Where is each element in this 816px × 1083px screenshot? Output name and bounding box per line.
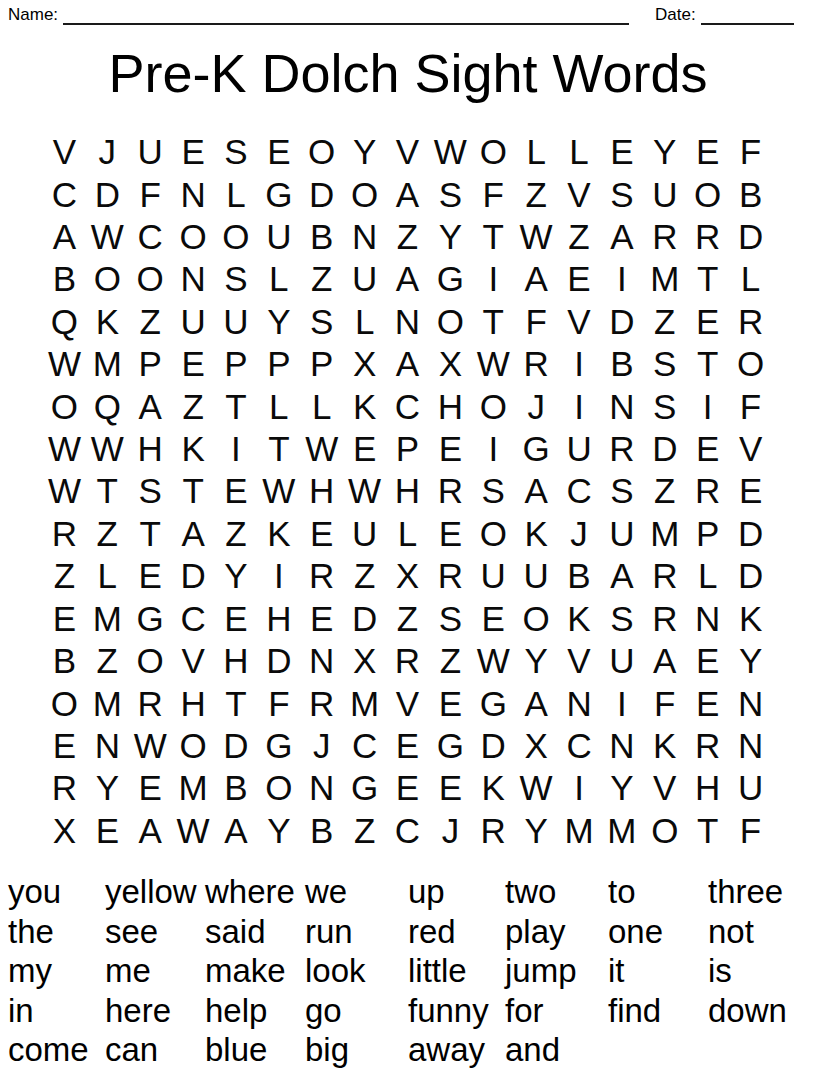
grid-cell-r11c14[interactable]: A [600, 555, 643, 597]
grid-cell-r17c15[interactable]: O [643, 810, 686, 852]
grid-cell-r8c2[interactable]: W [86, 428, 129, 470]
grid-cell-r12c16[interactable]: N [686, 598, 729, 640]
grid-cell-r12c10[interactable]: S [429, 598, 472, 640]
grid-cell-r10c6[interactable]: K [257, 513, 300, 555]
grid-cell-r5c16[interactable]: E [686, 301, 729, 343]
grid-cell-r8c13[interactable]: U [558, 428, 601, 470]
grid-cell-r13c7[interactable]: N [300, 640, 343, 682]
grid-cell-r11c4[interactable]: D [172, 555, 215, 597]
grid-cell-r10c11[interactable]: O [472, 513, 515, 555]
grid-cell-r7c3[interactable]: A [129, 385, 172, 427]
grid-cell-r4c2[interactable]: O [86, 258, 129, 300]
grid-cell-r1c16[interactable]: E [686, 131, 729, 173]
grid-cell-r3c12[interactable]: W [515, 216, 558, 258]
grid-cell-r16c14[interactable]: Y [600, 767, 643, 809]
grid-cell-r10c7[interactable]: E [300, 513, 343, 555]
grid-cell-r5c2[interactable]: K [86, 301, 129, 343]
grid-cell-r6c11[interactable]: W [472, 343, 515, 385]
grid-cell-r3c13[interactable]: Z [558, 216, 601, 258]
grid-cell-r8c16[interactable]: E [686, 428, 729, 470]
grid-cell-r15c6[interactable]: G [257, 725, 300, 767]
word-is: is [708, 951, 808, 991]
grid-cell-r2c4[interactable]: N [172, 173, 215, 215]
date-label: Date: [655, 5, 696, 25]
grid-cell-r3c9[interactable]: Z [386, 216, 429, 258]
grid-cell-r9c4[interactable]: T [172, 470, 215, 512]
grid-cell-r13c5[interactable]: H [215, 640, 258, 682]
word-my: my [8, 951, 105, 991]
grid-cell-r16c13[interactable]: I [558, 767, 601, 809]
grid-cell-r6c17[interactable]: O [729, 343, 772, 385]
grid-cell-r9c2[interactable]: T [86, 470, 129, 512]
grid-cell-r15c14[interactable]: N [600, 725, 643, 767]
grid-cell-r17c5[interactable]: A [215, 810, 258, 852]
grid-cell-r17c8[interactable]: Z [343, 810, 386, 852]
grid-cell-r4c17[interactable]: L [729, 258, 772, 300]
grid-cell-r2c2[interactable]: D [86, 173, 129, 215]
grid-cell-r4c7[interactable]: Z [300, 258, 343, 300]
grid-cell-r14c15[interactable]: F [643, 682, 686, 724]
grid-cell-r9c15[interactable]: Z [643, 470, 686, 512]
grid-cell-r12c3[interactable]: G [129, 598, 172, 640]
grid-cell-r9c14[interactable]: S [600, 470, 643, 512]
grid-cell-r7c6[interactable]: L [257, 385, 300, 427]
grid-cell-r11c6[interactable]: I [257, 555, 300, 597]
grid-cell-r11c8[interactable]: Z [343, 555, 386, 597]
grid-cell-r4c16[interactable]: T [686, 258, 729, 300]
grid-cell-r16c10[interactable]: E [429, 767, 472, 809]
grid-cell-r17c4[interactable]: W [172, 810, 215, 852]
grid-cell-r14c12[interactable]: A [515, 682, 558, 724]
grid-cell-r9c12[interactable]: A [515, 470, 558, 512]
grid-cell-r10c2[interactable]: Z [86, 513, 129, 555]
grid-cell-r6c9[interactable]: A [386, 343, 429, 385]
grid-cell-r5c9[interactable]: N [386, 301, 429, 343]
grid-cell-r5c17[interactable]: R [729, 301, 772, 343]
grid-cell-r3c8[interactable]: N [343, 216, 386, 258]
grid-cell-r5c14[interactable]: D [600, 301, 643, 343]
grid-cell-r8c12[interactable]: G [515, 428, 558, 470]
word-come: come [8, 1030, 105, 1070]
grid-cell-r10c13[interactable]: J [558, 513, 601, 555]
grid-cell-r13c1[interactable]: B [43, 640, 86, 682]
grid-cell-r1c1[interactable]: V [43, 131, 86, 173]
grid-cell-r8c5[interactable]: I [215, 428, 258, 470]
grid-cell-r12c17[interactable]: K [729, 598, 772, 640]
grid-cell-r14c5[interactable]: T [215, 682, 258, 724]
grid-cell-r4c15[interactable]: M [643, 258, 686, 300]
grid-cell-r1c7[interactable]: O [300, 131, 343, 173]
grid-cell-r7c9[interactable]: C [386, 385, 429, 427]
grid-cell-r7c16[interactable]: I [686, 385, 729, 427]
grid-cell-r1c17[interactable]: F [729, 131, 772, 173]
grid-cell-r12c14[interactable]: S [600, 598, 643, 640]
grid-cell-r9c1[interactable]: W [43, 470, 86, 512]
grid-cell-r16c4[interactable]: M [172, 767, 215, 809]
grid-cell-r3c10[interactable]: Y [429, 216, 472, 258]
grid-cell-r7c14[interactable]: N [600, 385, 643, 427]
grid-cell-r14c13[interactable]: N [558, 682, 601, 724]
grid-cell-r13c10[interactable]: Z [429, 640, 472, 682]
grid-cell-r3c4[interactable]: O [172, 216, 215, 258]
grid-cell-r5c10[interactable]: O [429, 301, 472, 343]
grid-cell-r4c8[interactable]: U [343, 258, 386, 300]
grid-cell-r8c11[interactable]: I [472, 428, 515, 470]
grid-cell-r1c10[interactable]: W [429, 131, 472, 173]
grid-cell-r2c11[interactable]: F [472, 173, 515, 215]
grid-cell-r12c4[interactable]: C [172, 598, 215, 640]
grid-cell-r13c8[interactable]: X [343, 640, 386, 682]
grid-cell-r8c8[interactable]: E [343, 428, 386, 470]
grid-cell-r7c12[interactable]: J [515, 385, 558, 427]
grid-cell-r6c10[interactable]: X [429, 343, 472, 385]
grid-cell-r15c5[interactable]: D [215, 725, 258, 767]
grid-cell-r4c13[interactable]: E [558, 258, 601, 300]
grid-cell-r13c9[interactable]: R [386, 640, 429, 682]
grid-cell-r1c2[interactable]: J [86, 131, 129, 173]
grid-cell-r14c14[interactable]: I [600, 682, 643, 724]
grid-cell-r16c3[interactable]: E [129, 767, 172, 809]
grid-cell-r7c5[interactable]: T [215, 385, 258, 427]
grid-cell-r10c10[interactable]: E [429, 513, 472, 555]
grid-cell-r2c12[interactable]: Z [515, 173, 558, 215]
grid-cell-r10c17[interactable]: D [729, 513, 772, 555]
grid-cell-r6c4[interactable]: E [172, 343, 215, 385]
grid-cell-r14c3[interactable]: R [129, 682, 172, 724]
grid-cell-r15c7[interactable]: J [300, 725, 343, 767]
grid-cell-r12c11[interactable]: E [472, 598, 515, 640]
grid-cell-r15c15[interactable]: K [643, 725, 686, 767]
grid-cell-r7c4[interactable]: Z [172, 385, 215, 427]
grid-cell-r6c7[interactable]: P [300, 343, 343, 385]
grid-cell-r17c9[interactable]: C [386, 810, 429, 852]
grid-cell-r12c5[interactable]: E [215, 598, 258, 640]
grid-cell-r16c15[interactable]: V [643, 767, 686, 809]
grid-cell-r15c16[interactable]: R [686, 725, 729, 767]
grid-cell-r2c7[interactable]: D [300, 173, 343, 215]
grid-cell-r9c17[interactable]: E [729, 470, 772, 512]
grid-cell-r17c12[interactable]: Y [515, 810, 558, 852]
grid-cell-r7c7[interactable]: L [300, 385, 343, 427]
grid-cell-r9c8[interactable]: W [343, 470, 386, 512]
grid-cell-r3c7[interactable]: B [300, 216, 343, 258]
grid-cell-r12c15[interactable]: R [643, 598, 686, 640]
grid-cell-r11c10[interactable]: R [429, 555, 472, 597]
grid-cell-r4c5[interactable]: S [215, 258, 258, 300]
grid-cell-r3c17[interactable]: D [729, 216, 772, 258]
grid-cell-r13c4[interactable]: V [172, 640, 215, 682]
grid-cell-r1c11[interactable]: O [472, 131, 515, 173]
grid-cell-r17c7[interactable]: B [300, 810, 343, 852]
grid-cell-r4c1[interactable]: B [43, 258, 86, 300]
grid-cell-r8c3[interactable]: H [129, 428, 172, 470]
word-list: youthemyincomeyellowseemeherecanwheresai… [8, 872, 808, 1070]
grid-cell-r11c15[interactable]: R [643, 555, 686, 597]
grid-cell-r6c16[interactable]: T [686, 343, 729, 385]
grid-cell-r12c12[interactable]: O [515, 598, 558, 640]
grid-cell-r8c17[interactable]: V [729, 428, 772, 470]
grid-cell-r17c2[interactable]: E [86, 810, 129, 852]
grid-cell-r11c1[interactable]: Z [43, 555, 86, 597]
grid-cell-r14c7[interactable]: R [300, 682, 343, 724]
grid-cell-r5c5[interactable]: U [215, 301, 258, 343]
grid-cell-r15c9[interactable]: E [386, 725, 429, 767]
grid-cell-r1c14[interactable]: E [600, 131, 643, 173]
word-where: where [205, 872, 305, 912]
grid-cell-r2c13[interactable]: V [558, 173, 601, 215]
grid-cell-r15c13[interactable]: C [558, 725, 601, 767]
grid-cell-r10c16[interactable]: P [686, 513, 729, 555]
grid-cell-r13c15[interactable]: A [643, 640, 686, 682]
grid-cell-r16c11[interactable]: K [472, 767, 515, 809]
word-not: not [708, 912, 808, 952]
grid-cell-r2c6[interactable]: G [257, 173, 300, 215]
grid-cell-r14c11[interactable]: G [472, 682, 515, 724]
grid-cell-r9c13[interactable]: C [558, 470, 601, 512]
grid-cell-r3c15[interactable]: R [643, 216, 686, 258]
grid-cell-r12c2[interactable]: M [86, 598, 129, 640]
grid-cell-r10c4[interactable]: A [172, 513, 215, 555]
grid-cell-r16c17[interactable]: U [729, 767, 772, 809]
word-it: it [608, 951, 708, 991]
grid-cell-r4c6[interactable]: L [257, 258, 300, 300]
grid-cell-r6c14[interactable]: B [600, 343, 643, 385]
grid-cell-r5c8[interactable]: L [343, 301, 386, 343]
grid-cell-r13c14[interactable]: U [600, 640, 643, 682]
grid-cell-r10c5[interactable]: Z [215, 513, 258, 555]
grid-cell-r13c12[interactable]: Y [515, 640, 558, 682]
grid-cell-r13c13[interactable]: V [558, 640, 601, 682]
grid-cell-r2c15[interactable]: U [643, 173, 686, 215]
grid-cell-r11c2[interactable]: L [86, 555, 129, 597]
grid-cell-r2c9[interactable]: A [386, 173, 429, 215]
grid-cell-r9c10[interactable]: R [429, 470, 472, 512]
grid-cell-r5c12[interactable]: F [515, 301, 558, 343]
grid-cell-r8c7[interactable]: W [300, 428, 343, 470]
grid-cell-r15c17[interactable]: N [729, 725, 772, 767]
grid-cell-r10c1[interactable]: R [43, 513, 86, 555]
grid-cell-r16c9[interactable]: E [386, 767, 429, 809]
grid-cell-r1c15[interactable]: Y [643, 131, 686, 173]
grid-cell-r11c9[interactable]: X [386, 555, 429, 597]
grid-cell-r17c13[interactable]: M [558, 810, 601, 852]
grid-cell-r10c15[interactable]: M [643, 513, 686, 555]
grid-cell-r2c17[interactable]: B [729, 173, 772, 215]
grid-cell-r7c1[interactable]: O [43, 385, 86, 427]
grid-cell-r14c2[interactable]: M [86, 682, 129, 724]
grid-cell-r1c5[interactable]: S [215, 131, 258, 173]
grid-cell-r15c3[interactable]: W [129, 725, 172, 767]
grid-cell-r6c5[interactable]: P [215, 343, 258, 385]
grid-cell-r3c3[interactable]: C [129, 216, 172, 258]
grid-cell-r14c10[interactable]: E [429, 682, 472, 724]
grid-cell-r13c16[interactable]: E [686, 640, 729, 682]
grid-cell-r11c12[interactable]: U [515, 555, 558, 597]
grid-cell-r13c17[interactable]: Y [729, 640, 772, 682]
grid-cell-r2c3[interactable]: F [129, 173, 172, 215]
grid-cell-r11c7[interactable]: R [300, 555, 343, 597]
grid-cell-r17c11[interactable]: R [472, 810, 515, 852]
grid-cell-r8c10[interactable]: E [429, 428, 472, 470]
grid-cell-r16c6[interactable]: O [257, 767, 300, 809]
grid-cell-r14c4[interactable]: H [172, 682, 215, 724]
grid-cell-r3c6[interactable]: U [257, 216, 300, 258]
grid-cell-r10c9[interactable]: L [386, 513, 429, 555]
grid-cell-r17c3[interactable]: A [129, 810, 172, 852]
grid-cell-r4c14[interactable]: I [600, 258, 643, 300]
grid-cell-r3c1[interactable]: A [43, 216, 86, 258]
grid-cell-r16c2[interactable]: Y [86, 767, 129, 809]
grid-cell-r2c5[interactable]: L [215, 173, 258, 215]
grid-cell-r13c2[interactable]: Z [86, 640, 129, 682]
grid-cell-r1c13[interactable]: L [558, 131, 601, 173]
grid-cell-r11c13[interactable]: B [558, 555, 601, 597]
grid-cell-r4c9[interactable]: A [386, 258, 429, 300]
grid-cell-r16c5[interactable]: B [215, 767, 258, 809]
grid-cell-r15c10[interactable]: G [429, 725, 472, 767]
grid-cell-r6c1[interactable]: W [43, 343, 86, 385]
grid-cell-r6c8[interactable]: X [343, 343, 386, 385]
grid-cell-r7c13[interactable]: I [558, 385, 601, 427]
grid-cell-r17c6[interactable]: Y [257, 810, 300, 852]
grid-cell-r12c13[interactable]: K [558, 598, 601, 640]
grid-cell-r7c2[interactable]: Q [86, 385, 129, 427]
grid-cell-r2c1[interactable]: C [43, 173, 86, 215]
grid-cell-r10c3[interactable]: T [129, 513, 172, 555]
grid-cell-r6c2[interactable]: M [86, 343, 129, 385]
grid-cell-r16c8[interactable]: G [343, 767, 386, 809]
grid-cell-r4c11[interactable]: I [472, 258, 515, 300]
grid-cell-r10c8[interactable]: U [343, 513, 386, 555]
grid-cell-r9c6[interactable]: W [257, 470, 300, 512]
grid-cell-r1c9[interactable]: V [386, 131, 429, 173]
grid-cell-r8c4[interactable]: K [172, 428, 215, 470]
grid-cell-r7c15[interactable]: S [643, 385, 686, 427]
grid-cell-r11c16[interactable]: L [686, 555, 729, 597]
grid-cell-r15c11[interactable]: D [472, 725, 515, 767]
grid-cell-r16c16[interactable]: H [686, 767, 729, 809]
grid-cell-r6c12[interactable]: R [515, 343, 558, 385]
grid-cell-r5c4[interactable]: U [172, 301, 215, 343]
grid-cell-r1c4[interactable]: E [172, 131, 215, 173]
grid-cell-r6c13[interactable]: I [558, 343, 601, 385]
grid-cell-r13c3[interactable]: O [129, 640, 172, 682]
grid-cell-r15c12[interactable]: X [515, 725, 558, 767]
grid-cell-r8c6[interactable]: T [257, 428, 300, 470]
grid-cell-r2c10[interactable]: S [429, 173, 472, 215]
grid-cell-r3c5[interactable]: O [215, 216, 258, 258]
grid-cell-r7c10[interactable]: H [429, 385, 472, 427]
grid-cell-r11c11[interactable]: U [472, 555, 515, 597]
grid-cell-r5c15[interactable]: Z [643, 301, 686, 343]
grid-cell-r2c8[interactable]: O [343, 173, 386, 215]
grid-cell-r11c3[interactable]: E [129, 555, 172, 597]
grid-cell-r14c8[interactable]: M [343, 682, 386, 724]
word-jump: jump [505, 951, 608, 991]
grid-cell-r8c15[interactable]: D [643, 428, 686, 470]
grid-cell-r10c14[interactable]: U [600, 513, 643, 555]
grid-cell-r3c16[interactable]: R [686, 216, 729, 258]
grid-cell-r5c11[interactable]: T [472, 301, 515, 343]
grid-cell-r8c1[interactable]: W [43, 428, 86, 470]
grid-cell-r7c11[interactable]: O [472, 385, 515, 427]
grid-cell-r17c17[interactable]: F [729, 810, 772, 852]
grid-cell-r9c7[interactable]: H [300, 470, 343, 512]
grid-cell-r8c14[interactable]: R [600, 428, 643, 470]
grid-cell-r2c14[interactable]: S [600, 173, 643, 215]
grid-cell-r6c6[interactable]: P [257, 343, 300, 385]
grid-cell-r14c6[interactable]: F [257, 682, 300, 724]
grid-cell-r12c1[interactable]: E [43, 598, 86, 640]
grid-cell-r14c16[interactable]: E [686, 682, 729, 724]
grid-cell-r11c5[interactable]: Y [215, 555, 258, 597]
grid-cell-r7c8[interactable]: K [343, 385, 386, 427]
grid-cell-r12c8[interactable]: D [343, 598, 386, 640]
grid-cell-r16c12[interactable]: W [515, 767, 558, 809]
grid-cell-r14c9[interactable]: V [386, 682, 429, 724]
grid-cell-r9c11[interactable]: S [472, 470, 515, 512]
grid-cell-r17c1[interactable]: X [43, 810, 86, 852]
grid-cell-r1c6[interactable]: E [257, 131, 300, 173]
grid-cell-r12c6[interactable]: H [257, 598, 300, 640]
grid-cell-r6c3[interactable]: P [129, 343, 172, 385]
grid-cell-r3c14[interactable]: A [600, 216, 643, 258]
grid-cell-r11c17[interactable]: D [729, 555, 772, 597]
grid-cell-r6c15[interactable]: S [643, 343, 686, 385]
grid-cell-r5c1[interactable]: Q [43, 301, 86, 343]
grid-cell-r8c9[interactable]: P [386, 428, 429, 470]
word-and: and [505, 1030, 608, 1070]
grid-cell-r5c7[interactable]: S [300, 301, 343, 343]
grid-cell-r9c5[interactable]: E [215, 470, 258, 512]
grid-cell-r12c9[interactable]: Z [386, 598, 429, 640]
grid-cell-r14c1[interactable]: O [43, 682, 86, 724]
grid-cell-r9c9[interactable]: H [386, 470, 429, 512]
grid-cell-r5c6[interactable]: Y [257, 301, 300, 343]
grid-cell-r13c6[interactable]: D [257, 640, 300, 682]
grid-cell-r15c2[interactable]: N [86, 725, 129, 767]
grid-cell-r9c16[interactable]: R [686, 470, 729, 512]
grid-cell-r2c16[interactable]: O [686, 173, 729, 215]
grid-cell-r10c12[interactable]: K [515, 513, 558, 555]
grid-cell-r15c1[interactable]: E [43, 725, 86, 767]
grid-cell-r7c17[interactable]: F [729, 385, 772, 427]
grid-cell-r3c2[interactable]: W [86, 216, 129, 258]
grid-cell-r14c17[interactable]: N [729, 682, 772, 724]
grid-cell-r5c3[interactable]: Z [129, 301, 172, 343]
grid-cell-r16c1[interactable]: R [43, 767, 86, 809]
grid-cell-r1c3[interactable]: U [129, 131, 172, 173]
grid-cell-r17c10[interactable]: J [429, 810, 472, 852]
grid-cell-r1c12[interactable]: L [515, 131, 558, 173]
grid-cell-r12c7[interactable]: E [300, 598, 343, 640]
word-column-5: upredlittlefunnyaway [408, 872, 505, 1070]
grid-cell-r3c11[interactable]: T [472, 216, 515, 258]
grid-cell-r17c14[interactable]: M [600, 810, 643, 852]
grid-cell-r17c16[interactable]: T [686, 810, 729, 852]
grid-cell-r4c10[interactable]: G [429, 258, 472, 300]
grid-cell-r4c4[interactable]: N [172, 258, 215, 300]
grid-cell-r15c8[interactable]: C [343, 725, 386, 767]
grid-cell-r4c12[interactable]: A [515, 258, 558, 300]
grid-cell-r5c13[interactable]: V [558, 301, 601, 343]
grid-cell-r15c4[interactable]: O [172, 725, 215, 767]
grid-cell-r16c7[interactable]: N [300, 767, 343, 809]
grid-cell-r9c3[interactable]: S [129, 470, 172, 512]
grid-cell-r4c3[interactable]: O [129, 258, 172, 300]
grid-cell-r13c11[interactable]: W [472, 640, 515, 682]
grid-cell-r1c8[interactable]: Y [343, 131, 386, 173]
